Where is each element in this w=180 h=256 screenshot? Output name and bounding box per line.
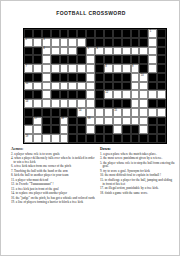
grid-cell[interactable] bbox=[157, 108, 166, 117]
grid-cell-black bbox=[122, 73, 131, 82]
across-clue-list: 2. a player whose role is to score goals… bbox=[11, 153, 95, 206]
grid-cell[interactable]: 7 bbox=[24, 64, 33, 73]
grid-cell-black bbox=[104, 125, 113, 134]
grid-cell-black bbox=[77, 73, 86, 82]
grid-cell[interactable] bbox=[113, 64, 122, 73]
down-heading: Down: bbox=[100, 147, 175, 151]
clue-number: 18 bbox=[61, 117, 64, 120]
grid-cell-black bbox=[77, 47, 86, 56]
grid-cell[interactable] bbox=[86, 64, 95, 73]
grid-cell-black bbox=[77, 117, 86, 126]
grid-cell-black bbox=[113, 38, 122, 47]
grid-cell-black bbox=[68, 108, 77, 117]
grid-cell-black bbox=[148, 82, 157, 91]
grid-cell-black bbox=[33, 108, 42, 117]
grid-cell-black bbox=[148, 117, 157, 126]
grid-cell[interactable]: 8 bbox=[104, 64, 113, 73]
grid-cell[interactable] bbox=[33, 38, 42, 47]
grid-cell-black bbox=[113, 99, 122, 108]
grid-cell[interactable] bbox=[33, 125, 42, 134]
grid-cell[interactable] bbox=[68, 82, 77, 91]
grid-cell-black bbox=[60, 29, 69, 38]
grid-cell[interactable] bbox=[68, 99, 77, 108]
grid-cell[interactable] bbox=[77, 82, 86, 91]
grid-cell-black bbox=[157, 82, 166, 91]
grid-cell[interactable]: 13 bbox=[24, 99, 33, 108]
grid-cell[interactable] bbox=[148, 38, 157, 47]
grid-cell-black bbox=[51, 108, 60, 117]
grid-cell-black bbox=[33, 73, 42, 82]
grid-cell-black bbox=[68, 90, 77, 99]
grid-cell[interactable]: 15 bbox=[113, 108, 122, 117]
grid-cell[interactable] bbox=[131, 73, 140, 82]
grid-cell[interactable] bbox=[122, 108, 131, 117]
down-clues-column: Down: 1. a green place where the match t… bbox=[100, 147, 175, 206]
clue-number: 5 bbox=[88, 47, 89, 50]
clue-number: 19 bbox=[25, 135, 28, 138]
grid-cell[interactable] bbox=[51, 64, 60, 73]
grid-cell[interactable] bbox=[139, 125, 148, 134]
grid-cell-black bbox=[131, 38, 140, 47]
grid-cell[interactable] bbox=[131, 47, 140, 56]
grid-cell-black bbox=[139, 55, 148, 64]
grid-cell[interactable] bbox=[60, 64, 69, 73]
grid-cell-black bbox=[60, 108, 69, 117]
grid-cell[interactable] bbox=[60, 82, 69, 91]
grid-cell-black bbox=[148, 73, 157, 82]
grid-cell[interactable] bbox=[148, 55, 157, 64]
grid-cell-black bbox=[33, 55, 42, 64]
clue-number: 16 bbox=[88, 117, 91, 120]
clue-number: 1 bbox=[150, 30, 151, 33]
grid-cell[interactable]: 3 bbox=[42, 38, 51, 47]
grid-cell-black bbox=[122, 55, 131, 64]
grid-cell[interactable] bbox=[139, 90, 148, 99]
grid-cell[interactable] bbox=[77, 64, 86, 73]
grid-cell[interactable] bbox=[33, 64, 42, 73]
grid-cell-black bbox=[60, 55, 69, 64]
grid-cell-black bbox=[42, 108, 51, 117]
grid-cell-black bbox=[95, 82, 104, 91]
grid-cell-black bbox=[139, 64, 148, 73]
grid-cell-black bbox=[131, 134, 140, 143]
grid-cell[interactable] bbox=[42, 134, 51, 143]
grid-cell[interactable] bbox=[51, 38, 60, 47]
clues-section: Across: 2. a player whose role is to sco… bbox=[11, 147, 175, 206]
grid-cell-black bbox=[68, 134, 77, 143]
grid-cell-black bbox=[122, 134, 131, 143]
grid-cell[interactable] bbox=[113, 90, 122, 99]
grid-cell[interactable] bbox=[86, 73, 95, 82]
grid-cell[interactable] bbox=[95, 108, 104, 117]
grid-cell[interactable] bbox=[122, 64, 131, 73]
grid-cell[interactable] bbox=[33, 134, 42, 143]
grid-cell-black bbox=[77, 55, 86, 64]
grid-cell[interactable] bbox=[104, 117, 113, 126]
down-clue-list: 1. a green place where the match takes p… bbox=[100, 153, 175, 196]
grid-cell[interactable] bbox=[131, 108, 140, 117]
worksheet-page: FOOTBALL CROSSWORD 123456789101112131415… bbox=[0, 0, 180, 256]
clue-number: 2 bbox=[25, 38, 26, 41]
grid-cell-black bbox=[68, 73, 77, 82]
grid-cell-black bbox=[104, 82, 113, 91]
grid-cell-black bbox=[24, 117, 33, 126]
grid-cell[interactable] bbox=[139, 99, 148, 108]
grid-cell-black bbox=[157, 64, 166, 73]
grid-cell-black bbox=[24, 47, 33, 56]
grid-cell[interactable] bbox=[139, 47, 148, 56]
grid-cell[interactable] bbox=[68, 64, 77, 73]
grid-cell-black bbox=[68, 29, 77, 38]
grid-cell[interactable] bbox=[77, 38, 86, 47]
grid-cell-black bbox=[104, 73, 113, 82]
grid-cell[interactable]: 12 bbox=[104, 90, 113, 99]
grid-cell-black bbox=[68, 125, 77, 134]
grid-cell[interactable]: 14 bbox=[77, 108, 86, 117]
grid-cell[interactable] bbox=[60, 125, 69, 134]
grid-cell[interactable] bbox=[86, 82, 95, 91]
grid-cell[interactable] bbox=[104, 108, 113, 117]
grid-cell-black bbox=[139, 38, 148, 47]
grid-cell-black bbox=[104, 29, 113, 38]
grid-cell-black bbox=[157, 38, 166, 47]
grid-cell-black bbox=[113, 134, 122, 143]
grid-cell-black bbox=[95, 90, 104, 99]
clue-number: 15 bbox=[114, 109, 117, 112]
clue-number: 9 bbox=[132, 65, 133, 68]
grid-cell-black bbox=[131, 125, 140, 134]
grid-cell-black bbox=[77, 29, 86, 38]
grid-cell-black bbox=[42, 125, 51, 134]
grid-cell[interactable] bbox=[24, 125, 33, 134]
grid-cell-black bbox=[95, 73, 104, 82]
grid-cell-black bbox=[157, 117, 166, 126]
grid-cell-black bbox=[113, 73, 122, 82]
grid-cell-black bbox=[95, 64, 104, 73]
grid-cell[interactable]: 4 bbox=[42, 47, 51, 56]
grid-cell[interactable] bbox=[131, 90, 140, 99]
across-heading: Across: bbox=[11, 147, 95, 151]
grid-cell-black bbox=[95, 99, 104, 108]
grid-cell[interactable] bbox=[51, 134, 60, 143]
grid-cell-black bbox=[104, 134, 113, 143]
grid-cell-black bbox=[24, 90, 33, 99]
grid-cell[interactable] bbox=[42, 90, 51, 99]
grid-cell[interactable] bbox=[86, 99, 95, 108]
grid-cell-black bbox=[68, 117, 77, 126]
grid-cell[interactable] bbox=[139, 117, 148, 126]
grid-cell[interactable]: 17 bbox=[33, 117, 42, 126]
grid-cell-black bbox=[113, 55, 122, 64]
grid-cell-black bbox=[104, 99, 113, 108]
clue-number: 4 bbox=[43, 47, 44, 50]
grid-cell-black bbox=[122, 125, 131, 134]
grid-cell[interactable] bbox=[60, 47, 69, 56]
grid-cell[interactable] bbox=[139, 108, 148, 117]
grid-cell-black bbox=[86, 38, 95, 47]
grid-cell[interactable]: 2 bbox=[24, 38, 33, 47]
grid-cell-black bbox=[33, 90, 42, 99]
grid-cell[interactable] bbox=[113, 117, 122, 126]
grid-cell-black bbox=[104, 55, 113, 64]
grid-cell-black bbox=[131, 29, 140, 38]
grid-cell-black bbox=[77, 90, 86, 99]
grid-cell-black bbox=[157, 73, 166, 82]
clue-number: 11 bbox=[25, 82, 28, 85]
grid-cell-black bbox=[104, 38, 113, 47]
grid-cell[interactable] bbox=[68, 47, 77, 56]
grid-cell-black bbox=[24, 108, 33, 117]
grid-cell[interactable]: 6 bbox=[95, 47, 104, 56]
grid-cell[interactable]: 18 bbox=[60, 117, 69, 126]
grid-cell-black bbox=[95, 38, 104, 47]
grid-cell[interactable] bbox=[113, 125, 122, 134]
grid-cell-black bbox=[157, 125, 166, 134]
grid-cell[interactable] bbox=[131, 117, 140, 126]
grid-cell[interactable] bbox=[122, 90, 131, 99]
grid-cell-black bbox=[148, 99, 157, 108]
clue-item: 18. finish a game with the same score. bbox=[100, 192, 175, 196]
grid-cell[interactable] bbox=[42, 64, 51, 73]
grid-cell[interactable]: 9 bbox=[131, 64, 140, 73]
grid-cell[interactable] bbox=[51, 82, 60, 91]
clue-number: 13 bbox=[25, 100, 28, 103]
grid-cell-black bbox=[24, 29, 33, 38]
grid-cell-black bbox=[77, 134, 86, 143]
grid-cell[interactable] bbox=[148, 64, 157, 73]
clue-number: 8 bbox=[105, 65, 106, 68]
grid-cell-black bbox=[157, 29, 166, 38]
grid-cell[interactable] bbox=[33, 82, 42, 91]
grid-cell[interactable] bbox=[86, 108, 95, 117]
clue-item: 19. a line of players forming a barrier … bbox=[11, 201, 95, 205]
grid-cell[interactable] bbox=[42, 99, 51, 108]
grid-cell-black bbox=[122, 99, 131, 108]
grid-cell[interactable] bbox=[148, 108, 157, 117]
grid-cell-black bbox=[148, 125, 157, 134]
grid-cell-black bbox=[60, 73, 69, 82]
clue-number: 6 bbox=[96, 47, 97, 50]
grid-cell[interactable]: 11 bbox=[24, 82, 33, 91]
grid-cell-black bbox=[77, 125, 86, 134]
grid-cell[interactable] bbox=[148, 90, 157, 99]
grid-cell[interactable]: 1 bbox=[148, 29, 157, 38]
grid-cell-black bbox=[122, 29, 131, 38]
grid-cell-black bbox=[122, 82, 131, 91]
grid-cell[interactable] bbox=[131, 82, 140, 91]
clue-number: 10 bbox=[141, 74, 144, 77]
grid-cell-black bbox=[86, 134, 95, 143]
grid-cell[interactable]: 19 bbox=[24, 134, 33, 143]
across-clues-column: Across: 2. a player whose role is to sco… bbox=[11, 147, 95, 206]
grid-cell[interactable] bbox=[42, 73, 51, 82]
grid-cell-black bbox=[24, 73, 33, 82]
grid-cell-black bbox=[131, 55, 140, 64]
grid-cell[interactable] bbox=[86, 125, 95, 134]
grid-cell-black bbox=[68, 55, 77, 64]
clue-number: 14 bbox=[79, 109, 82, 112]
clue-number: 17 bbox=[34, 117, 37, 120]
grid-cell-black bbox=[157, 134, 166, 143]
grid-cell[interactable]: 10 bbox=[139, 73, 148, 82]
grid-cell[interactable] bbox=[157, 90, 166, 99]
grid-cell[interactable] bbox=[139, 82, 148, 91]
grid-cell-black bbox=[139, 134, 148, 143]
grid-cell-black bbox=[24, 55, 33, 64]
grid-cell-black bbox=[51, 90, 60, 99]
grid-cell-black bbox=[51, 29, 60, 38]
grid-cell-black bbox=[51, 117, 60, 126]
grid-cell[interactable] bbox=[131, 99, 140, 108]
grid-cell-black bbox=[113, 29, 122, 38]
grid-cell[interactable] bbox=[86, 55, 95, 64]
grid-cell-black bbox=[51, 125, 60, 134]
grid-cell-black bbox=[95, 134, 104, 143]
grid-cell[interactable] bbox=[113, 47, 122, 56]
grid-cell[interactable] bbox=[148, 47, 157, 56]
grid-cell[interactable]: 16 bbox=[86, 117, 95, 126]
grid-cell-black bbox=[60, 90, 69, 99]
grid-cell[interactable] bbox=[42, 82, 51, 91]
grid-cell-black bbox=[42, 117, 51, 126]
grid-cell[interactable] bbox=[68, 38, 77, 47]
grid-cell[interactable] bbox=[33, 99, 42, 108]
grid-cell-black bbox=[157, 99, 166, 108]
grid-cell[interactable] bbox=[60, 38, 69, 47]
crossword-grid: 12345678910111213141517181619 bbox=[23, 28, 167, 144]
grid-cell-black bbox=[95, 55, 104, 64]
grid-cell-black bbox=[95, 125, 104, 134]
grid-cell[interactable] bbox=[104, 47, 113, 56]
grid-cell[interactable] bbox=[122, 47, 131, 56]
grid-cell[interactable] bbox=[60, 134, 69, 143]
grid-cell[interactable] bbox=[122, 117, 131, 126]
grid-cell-black bbox=[157, 55, 166, 64]
grid-cell-black bbox=[122, 38, 131, 47]
grid-cell[interactable] bbox=[77, 99, 86, 108]
grid-cell-black bbox=[51, 73, 60, 82]
clue-number: 7 bbox=[25, 65, 26, 68]
grid-cell[interactable]: 5 bbox=[86, 47, 95, 56]
grid-cell-black bbox=[157, 47, 166, 56]
grid-cell-black bbox=[86, 29, 95, 38]
grid-cell[interactable] bbox=[86, 90, 95, 99]
grid-cell[interactable] bbox=[95, 117, 104, 126]
grid-cell[interactable] bbox=[51, 47, 60, 56]
grid-cell-black bbox=[148, 134, 157, 143]
clue-number: 12 bbox=[105, 91, 108, 94]
grid-cell-black bbox=[33, 47, 42, 56]
grid-cell-black bbox=[51, 55, 60, 64]
grid-cell[interactable] bbox=[60, 99, 69, 108]
grid-cell[interactable] bbox=[51, 99, 60, 108]
grid-cell-black bbox=[42, 29, 51, 38]
puzzle-title: FOOTBALL CROSSWORD bbox=[1, 10, 180, 16]
grid-cell-black bbox=[95, 29, 104, 38]
grid-cell-black bbox=[113, 82, 122, 91]
grid-cell[interactable] bbox=[42, 55, 51, 64]
grid-cell-black bbox=[33, 29, 42, 38]
grid-cell-black bbox=[139, 29, 148, 38]
clue-number: 3 bbox=[43, 38, 44, 41]
